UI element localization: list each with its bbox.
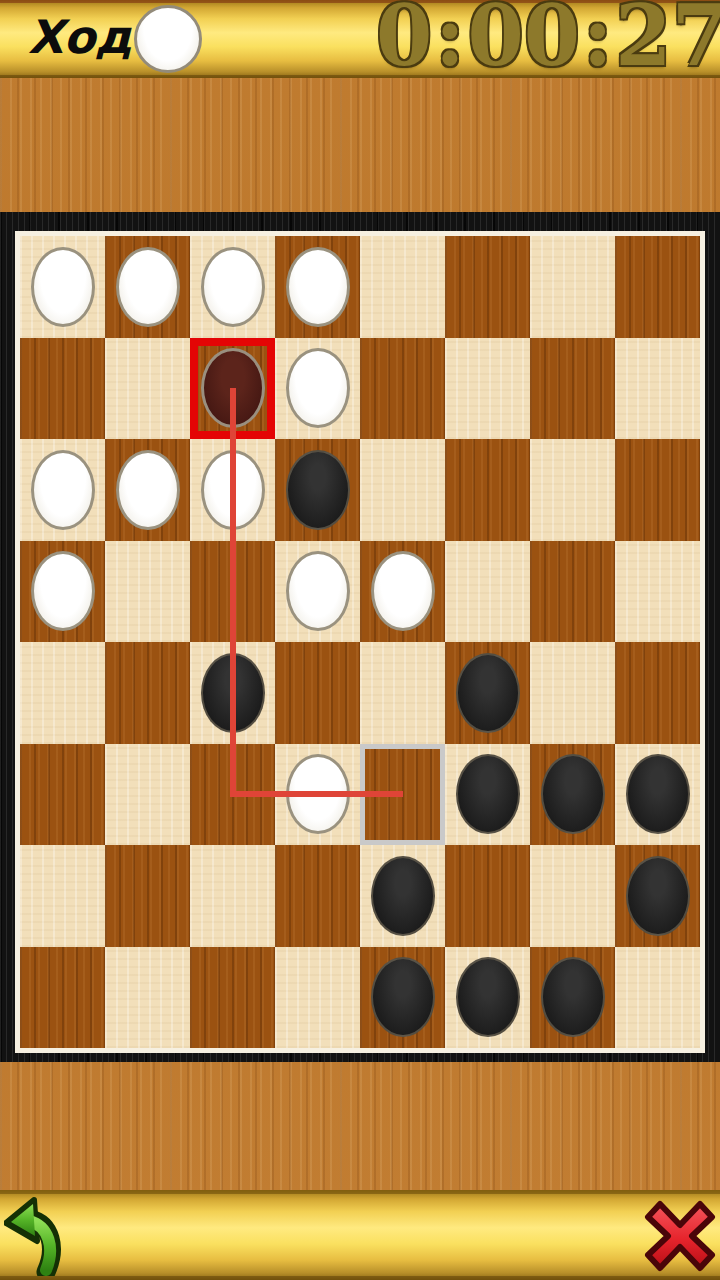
square-r5c5[interactable] (360, 642, 445, 744)
square-r1c1[interactable] (20, 236, 105, 338)
square-r4c3[interactable] (190, 541, 275, 643)
close-x-icon (644, 1196, 716, 1274)
timer-colon: : (435, 0, 465, 85)
square-r5c7[interactable] (530, 642, 615, 744)
square-r2c1[interactable] (20, 338, 105, 440)
top-status-bar: Ход: 0:00:27 (0, 0, 720, 78)
square-r5c3[interactable] (190, 642, 275, 744)
black-piece[interactable] (456, 957, 520, 1037)
black-piece[interactable] (201, 653, 265, 733)
square-r6c4[interactable] (275, 744, 360, 846)
timer-seconds: 27 (615, 0, 720, 85)
square-r3c5[interactable] (360, 439, 445, 541)
square-r4c4[interactable] (275, 541, 360, 643)
square-r3c1[interactable] (20, 439, 105, 541)
square-r5c8[interactable] (615, 642, 700, 744)
square-r8c1[interactable] (20, 947, 105, 1049)
square-r1c3[interactable] (190, 236, 275, 338)
white-piece[interactable] (116, 247, 180, 327)
square-r8c5[interactable] (360, 947, 445, 1049)
app-screen: Ход: 0:00:27 Кол-во ходов:6 (0, 0, 720, 1280)
square-r5c4[interactable] (275, 642, 360, 744)
square-r7c4[interactable] (275, 845, 360, 947)
square-r6c3[interactable] (190, 744, 275, 846)
black-piece[interactable] (456, 653, 520, 733)
undo-button[interactable] (4, 1194, 70, 1276)
square-r3c8[interactable] (615, 439, 700, 541)
square-r7c2[interactable] (105, 845, 190, 947)
white-piece[interactable] (286, 754, 350, 834)
square-r1c6[interactable] (445, 236, 530, 338)
white-piece[interactable] (201, 247, 265, 327)
square-r5c1[interactable] (20, 642, 105, 744)
white-piece[interactable] (116, 450, 180, 530)
turn-label: Ход: (28, 12, 151, 63)
square-r6c2[interactable] (105, 744, 190, 846)
square-r4c6[interactable] (445, 541, 530, 643)
white-piece[interactable] (201, 450, 265, 530)
black-piece[interactable] (456, 754, 520, 834)
square-r6c1[interactable] (20, 744, 105, 846)
game-timer: 0:00:27 (376, 0, 720, 78)
close-button[interactable] (644, 1196, 716, 1274)
square-r8c3[interactable] (190, 947, 275, 1049)
black-piece[interactable] (626, 856, 690, 936)
game-board[interactable] (20, 236, 700, 1048)
square-r8c6[interactable] (445, 947, 530, 1049)
square-r8c4[interactable] (275, 947, 360, 1049)
square-r5c6[interactable] (445, 642, 530, 744)
square-r6c7[interactable] (530, 744, 615, 846)
timer-minutes: 00 (467, 0, 580, 85)
turn-indicator-white-piece-icon (134, 5, 202, 73)
square-r2c5[interactable] (360, 338, 445, 440)
square-r7c5[interactable] (360, 845, 445, 947)
white-piece[interactable] (286, 551, 350, 631)
square-r4c5[interactable] (360, 541, 445, 643)
timer-colon: : (583, 0, 613, 85)
square-r2c6[interactable] (445, 338, 530, 440)
black-piece[interactable] (626, 754, 690, 834)
square-r1c8[interactable] (615, 236, 700, 338)
white-piece[interactable] (371, 551, 435, 631)
square-r7c3[interactable] (190, 845, 275, 947)
square-r2c7[interactable] (530, 338, 615, 440)
square-r4c1[interactable] (20, 541, 105, 643)
square-r6c8[interactable] (615, 744, 700, 846)
white-piece[interactable] (31, 450, 95, 530)
square-r7c6[interactable] (445, 845, 530, 947)
white-piece[interactable] (31, 247, 95, 327)
square-r2c4[interactable] (275, 338, 360, 440)
black-piece[interactable] (541, 754, 605, 834)
bottom-bar: Кол-во ходов:6 (0, 1190, 720, 1280)
square-r8c8[interactable] (615, 947, 700, 1049)
square-r8c2[interactable] (105, 947, 190, 1049)
square-r4c8[interactable] (615, 541, 700, 643)
square-r7c1[interactable] (20, 845, 105, 947)
black-piece[interactable] (371, 856, 435, 936)
square-r2c2[interactable] (105, 338, 190, 440)
black-piece[interactable] (541, 957, 605, 1037)
square-r7c8[interactable] (615, 845, 700, 947)
black-piece[interactable] (371, 957, 435, 1037)
square-r7c7[interactable] (530, 845, 615, 947)
white-piece[interactable] (31, 551, 95, 631)
undo-arrow-icon (4, 1194, 70, 1276)
square-r2c8[interactable] (615, 338, 700, 440)
moved-black-piece[interactable] (201, 348, 265, 428)
square-r1c2[interactable] (105, 236, 190, 338)
square-r2c3[interactable] (190, 338, 275, 440)
square-r1c4[interactable] (275, 236, 360, 338)
square-r6c5[interactable] (360, 744, 445, 846)
white-piece[interactable] (286, 348, 350, 428)
square-r1c7[interactable] (530, 236, 615, 338)
square-r3c4[interactable] (275, 439, 360, 541)
square-r5c2[interactable] (105, 642, 190, 744)
square-r3c7[interactable] (530, 439, 615, 541)
square-r4c7[interactable] (530, 541, 615, 643)
square-r3c6[interactable] (445, 439, 530, 541)
timer-hours: 0 (376, 0, 432, 85)
square-r3c2[interactable] (105, 439, 190, 541)
white-piece[interactable] (286, 247, 350, 327)
square-r3c3[interactable] (190, 439, 275, 541)
square-r4c2[interactable] (105, 541, 190, 643)
square-r1c5[interactable] (360, 236, 445, 338)
black-piece[interactable] (286, 450, 350, 530)
square-r8c7[interactable] (530, 947, 615, 1049)
square-r6c6[interactable] (445, 744, 530, 846)
